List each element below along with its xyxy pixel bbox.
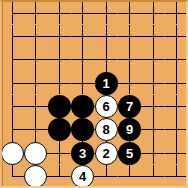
intersection-c2-r4[interactable] — [24, 71, 48, 94]
intersection-c8-r1[interactable] — [165, 2, 186, 25]
intersection-c5-r4[interactable]: 1 — [94, 71, 118, 94]
intersection-c8-r7[interactable] — [165, 141, 186, 164]
move-number: 4 — [79, 170, 86, 183]
intersection-c8-r3[interactable] — [165, 48, 186, 71]
white-stone: 2 — [95, 142, 118, 165]
black-stone — [48, 118, 71, 141]
white-stone: 4 — [71, 165, 94, 186]
intersection-c1-r4[interactable] — [2, 71, 24, 94]
black-stone: 3 — [71, 142, 94, 165]
intersection-c3-r5[interactable] — [47, 95, 71, 118]
intersection-c7-r4[interactable] — [141, 71, 165, 94]
intersection-c7-r7[interactable] — [141, 141, 165, 164]
intersection-c3-r6[interactable] — [47, 118, 71, 141]
intersection-c3-r2[interactable] — [47, 25, 71, 48]
intersection-c1-r3[interactable] — [2, 48, 24, 71]
intersection-c6-r3[interactable] — [118, 48, 142, 71]
white-stone: 6 — [95, 95, 118, 118]
intersection-c4-r4[interactable] — [71, 71, 95, 94]
intersection-c4-r7[interactable]: 3 — [71, 141, 95, 164]
move-number: 3 — [79, 147, 86, 160]
intersection-c5-r6[interactable]: 8 — [94, 118, 118, 141]
board-grid: 167893254 — [2, 2, 186, 186]
black-stone — [48, 95, 71, 118]
intersection-c5-r3[interactable] — [94, 48, 118, 71]
intersection-c2-r6[interactable] — [24, 118, 48, 141]
board-surface: 167893254 — [2, 2, 186, 186]
intersection-c8-r4[interactable] — [165, 71, 186, 94]
intersection-c1-r8[interactable] — [2, 165, 24, 186]
white-stone: 8 — [95, 118, 118, 141]
white-stone — [2, 142, 24, 165]
intersection-c3-r7[interactable] — [47, 141, 71, 164]
intersection-c6-r8[interactable] — [118, 165, 142, 186]
intersection-c1-r1[interactable] — [2, 2, 24, 25]
intersection-c8-r8[interactable] — [165, 165, 186, 186]
intersection-c3-r1[interactable] — [47, 2, 71, 25]
move-number: 7 — [126, 100, 133, 113]
intersection-c1-r5[interactable] — [2, 95, 24, 118]
black-stone: 1 — [95, 72, 118, 95]
black-stone: 5 — [118, 142, 141, 165]
intersection-c3-r3[interactable] — [47, 48, 71, 71]
intersection-c4-r2[interactable] — [71, 25, 95, 48]
intersection-c1-r2[interactable] — [2, 25, 24, 48]
intersection-c7-r2[interactable] — [141, 25, 165, 48]
intersection-c6-r7[interactable]: 5 — [118, 141, 142, 164]
intersection-c2-r8[interactable] — [24, 165, 48, 186]
intersection-c2-r2[interactable] — [24, 25, 48, 48]
move-number: 5 — [126, 147, 133, 160]
go-board: 167893254 — [0, 0, 188, 188]
intersection-c1-r7[interactable] — [2, 141, 24, 164]
intersection-c3-r4[interactable] — [47, 71, 71, 94]
intersection-c3-r8[interactable] — [47, 165, 71, 186]
intersection-c2-r7[interactable] — [24, 141, 48, 164]
white-stone — [24, 165, 47, 186]
intersection-c7-r3[interactable] — [141, 48, 165, 71]
intersection-c5-r1[interactable] — [94, 2, 118, 25]
move-number: 2 — [102, 147, 109, 160]
intersection-c7-r8[interactable] — [141, 165, 165, 186]
intersection-c8-r6[interactable] — [165, 118, 186, 141]
move-number: 8 — [102, 123, 109, 136]
intersection-c4-r5[interactable] — [71, 95, 95, 118]
intersection-c7-r5[interactable] — [141, 95, 165, 118]
black-stone: 9 — [118, 118, 141, 141]
intersection-c7-r6[interactable] — [141, 118, 165, 141]
intersection-c2-r5[interactable] — [24, 95, 48, 118]
intersection-c6-r1[interactable] — [118, 2, 142, 25]
intersection-c6-r4[interactable] — [118, 71, 142, 94]
move-number: 9 — [126, 123, 133, 136]
black-stone: 7 — [118, 95, 141, 118]
intersection-c4-r6[interactable] — [71, 118, 95, 141]
intersection-c5-r7[interactable]: 2 — [94, 141, 118, 164]
intersection-c5-r5[interactable]: 6 — [94, 95, 118, 118]
intersection-c4-r8[interactable]: 4 — [71, 165, 95, 186]
move-number: 6 — [102, 100, 109, 113]
black-stone — [71, 95, 94, 118]
intersection-c5-r8[interactable] — [94, 165, 118, 186]
intersection-c6-r6[interactable]: 9 — [118, 118, 142, 141]
intersection-c6-r2[interactable] — [118, 25, 142, 48]
intersection-c8-r2[interactable] — [165, 25, 186, 48]
intersection-c7-r1[interactable] — [141, 2, 165, 25]
intersection-c4-r3[interactable] — [71, 48, 95, 71]
black-stone — [71, 118, 94, 141]
intersection-c8-r5[interactable] — [165, 95, 186, 118]
intersection-c2-r1[interactable] — [24, 2, 48, 25]
intersection-c5-r2[interactable] — [94, 25, 118, 48]
move-number: 1 — [102, 77, 109, 90]
white-stone — [24, 142, 47, 165]
intersection-c1-r6[interactable] — [2, 118, 24, 141]
intersection-c4-r1[interactable] — [71, 2, 95, 25]
intersection-c2-r3[interactable] — [24, 48, 48, 71]
intersection-c6-r5[interactable]: 7 — [118, 95, 142, 118]
